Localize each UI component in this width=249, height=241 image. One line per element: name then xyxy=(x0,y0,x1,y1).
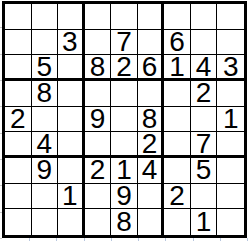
cell-r8c5[interactable]: 9 xyxy=(111,184,138,210)
cell-r2c4[interactable] xyxy=(85,30,112,56)
cell-r7c6[interactable]: 4 xyxy=(138,158,165,184)
cell-digit: 6 xyxy=(169,30,185,56)
cell-r5c1[interactable]: 2 xyxy=(5,107,32,133)
cell-r8c4[interactable] xyxy=(85,184,112,210)
cell-r5c4[interactable]: 9 xyxy=(85,107,112,133)
cell-digit: 8 xyxy=(37,81,53,107)
cell-digit: 1 xyxy=(116,158,132,184)
cell-digit: 8 xyxy=(142,107,158,133)
cell-r6c1[interactable] xyxy=(5,132,32,158)
cell-r9c7[interactable] xyxy=(164,209,191,235)
cell-r4c4[interactable] xyxy=(85,81,112,107)
cell-r4c5[interactable] xyxy=(111,81,138,107)
cell-r4c8[interactable]: 2 xyxy=(191,81,218,107)
cell-r3c2[interactable]: 5 xyxy=(32,55,59,81)
cell-r3c1[interactable] xyxy=(5,55,32,81)
cell-digit: 1 xyxy=(169,55,185,80)
cell-digit: 8 xyxy=(116,209,132,235)
cell-r4c7[interactable] xyxy=(164,81,191,107)
cell-r2c9[interactable] xyxy=(217,30,244,56)
cell-r6c2[interactable]: 4 xyxy=(32,132,59,158)
spreadsheet-gridline-tick xyxy=(0,185,2,186)
cell-r8c9[interactable] xyxy=(217,184,244,210)
cell-r7c2[interactable]: 9 xyxy=(32,158,59,184)
cell-digit: 3 xyxy=(223,55,239,80)
cell-digit: 5 xyxy=(37,55,53,80)
cell-r7c5[interactable]: 1 xyxy=(111,158,138,184)
cell-r3c7[interactable]: 1 xyxy=(164,55,191,81)
cell-digit: 2 xyxy=(169,184,185,210)
cell-r8c3[interactable]: 1 xyxy=(58,184,85,210)
spreadsheet-gridline-tick xyxy=(0,106,2,107)
cell-r4c2[interactable]: 8 xyxy=(32,81,59,107)
cell-digit: 9 xyxy=(116,184,132,210)
cell-r6c5[interactable] xyxy=(111,132,138,158)
sudoku-board: 37658261438229814279214519281 xyxy=(2,1,247,238)
spreadsheet-gridline-tick xyxy=(0,159,2,160)
cell-r4c6[interactable] xyxy=(138,81,165,107)
cell-r3c6[interactable]: 6 xyxy=(138,55,165,81)
spreadsheet-gridline-tick xyxy=(0,27,2,28)
cell-r5c3[interactable] xyxy=(58,107,85,133)
cell-r6c8[interactable]: 7 xyxy=(191,132,218,158)
cell-r5c6[interactable]: 8 xyxy=(138,107,165,133)
cell-r6c6[interactable]: 2 xyxy=(138,132,165,158)
cell-r9c1[interactable] xyxy=(5,209,32,235)
cell-r1c3[interactable] xyxy=(58,4,85,30)
cell-digit: 1 xyxy=(196,209,212,235)
cell-r1c7[interactable] xyxy=(164,4,191,30)
cell-r3c9[interactable]: 3 xyxy=(217,55,244,81)
cell-r1c8[interactable] xyxy=(191,4,218,30)
cell-r5c8[interactable] xyxy=(191,107,218,133)
cell-digit: 1 xyxy=(223,107,239,133)
cell-r8c7[interactable]: 2 xyxy=(164,184,191,210)
cell-r1c9[interactable] xyxy=(217,4,244,30)
cell-r3c3[interactable] xyxy=(58,55,85,81)
cell-r2c8[interactable] xyxy=(191,30,218,56)
cell-r8c1[interactable] xyxy=(5,184,32,210)
spreadsheet-gridline-tick xyxy=(0,80,2,81)
cell-r7c1[interactable] xyxy=(5,158,32,184)
spreadsheet-gridline-tick xyxy=(0,133,2,134)
cell-r4c1[interactable] xyxy=(5,81,32,107)
cell-digit: 2 xyxy=(142,132,158,157)
cell-digit: 9 xyxy=(90,107,106,133)
cell-r9c4[interactable] xyxy=(85,209,112,235)
cell-r9c2[interactable] xyxy=(32,209,59,235)
cell-r1c2[interactable] xyxy=(32,4,59,30)
cell-r3c4[interactable]: 8 xyxy=(85,55,112,81)
cell-digit: 5 xyxy=(196,158,212,184)
cell-digit: 4 xyxy=(37,132,53,157)
cell-digit: 9 xyxy=(37,158,53,184)
cell-digit: 2 xyxy=(10,107,26,133)
cell-r4c9[interactable] xyxy=(217,81,244,107)
cell-digit: 7 xyxy=(116,30,132,56)
cell-r9c5[interactable]: 8 xyxy=(111,209,138,235)
cell-r2c7[interactable]: 6 xyxy=(164,30,191,56)
cell-r4c3[interactable] xyxy=(58,81,85,107)
cell-digit: 4 xyxy=(196,55,212,80)
cell-r1c5[interactable] xyxy=(111,4,138,30)
cell-r8c2[interactable] xyxy=(32,184,59,210)
cell-digit: 2 xyxy=(116,55,132,80)
cell-r8c8[interactable] xyxy=(191,184,218,210)
spreadsheet-gridline-tick xyxy=(0,212,2,213)
cell-digit: 3 xyxy=(62,30,78,56)
cell-r7c4[interactable]: 2 xyxy=(85,158,112,184)
cell-r3c8[interactable]: 4 xyxy=(191,55,218,81)
screen: 37658261438229814279214519281 xyxy=(0,0,249,241)
cell-r2c5[interactable]: 7 xyxy=(111,30,138,56)
cell-r8c6[interactable] xyxy=(138,184,165,210)
cell-r6c3[interactable] xyxy=(58,132,85,158)
cell-r7c9[interactable] xyxy=(217,158,244,184)
cell-r3c5[interactable]: 2 xyxy=(111,55,138,81)
cell-r5c5[interactable] xyxy=(111,107,138,133)
cell-r2c1[interactable] xyxy=(5,30,32,56)
cell-r5c9[interactable]: 1 xyxy=(217,107,244,133)
cell-r5c2[interactable] xyxy=(32,107,59,133)
cell-digit: 4 xyxy=(142,158,158,184)
cell-r1c4[interactable] xyxy=(85,4,112,30)
cell-r9c6[interactable] xyxy=(138,209,165,235)
cell-digit: 1 xyxy=(62,184,78,210)
cell-r6c9[interactable] xyxy=(217,132,244,158)
cell-digit: 8 xyxy=(90,55,106,80)
cell-digit: 6 xyxy=(142,55,158,80)
cell-r9c3[interactable] xyxy=(58,209,85,235)
cell-r9c8[interactable]: 1 xyxy=(191,209,218,235)
cell-r7c8[interactable]: 5 xyxy=(191,158,218,184)
cell-r7c7[interactable] xyxy=(164,158,191,184)
cell-digit: 7 xyxy=(196,132,212,157)
cell-r6c7[interactable] xyxy=(164,132,191,158)
cell-r5c7[interactable] xyxy=(164,107,191,133)
cell-r6c4[interactable] xyxy=(85,132,112,158)
cell-digit: 2 xyxy=(196,81,212,107)
cell-r9c9[interactable] xyxy=(217,209,244,235)
cell-r2c6[interactable] xyxy=(138,30,165,56)
cell-r2c2[interactable] xyxy=(32,30,59,56)
cell-r1c6[interactable] xyxy=(138,4,165,30)
cell-r2c3[interactable]: 3 xyxy=(58,30,85,56)
cell-digit: 2 xyxy=(90,158,106,184)
spreadsheet-gridline-tick xyxy=(0,54,2,55)
spreadsheet-gridline-tick xyxy=(0,238,2,239)
cell-r7c3[interactable] xyxy=(58,158,85,184)
cell-r1c1[interactable] xyxy=(5,4,32,30)
